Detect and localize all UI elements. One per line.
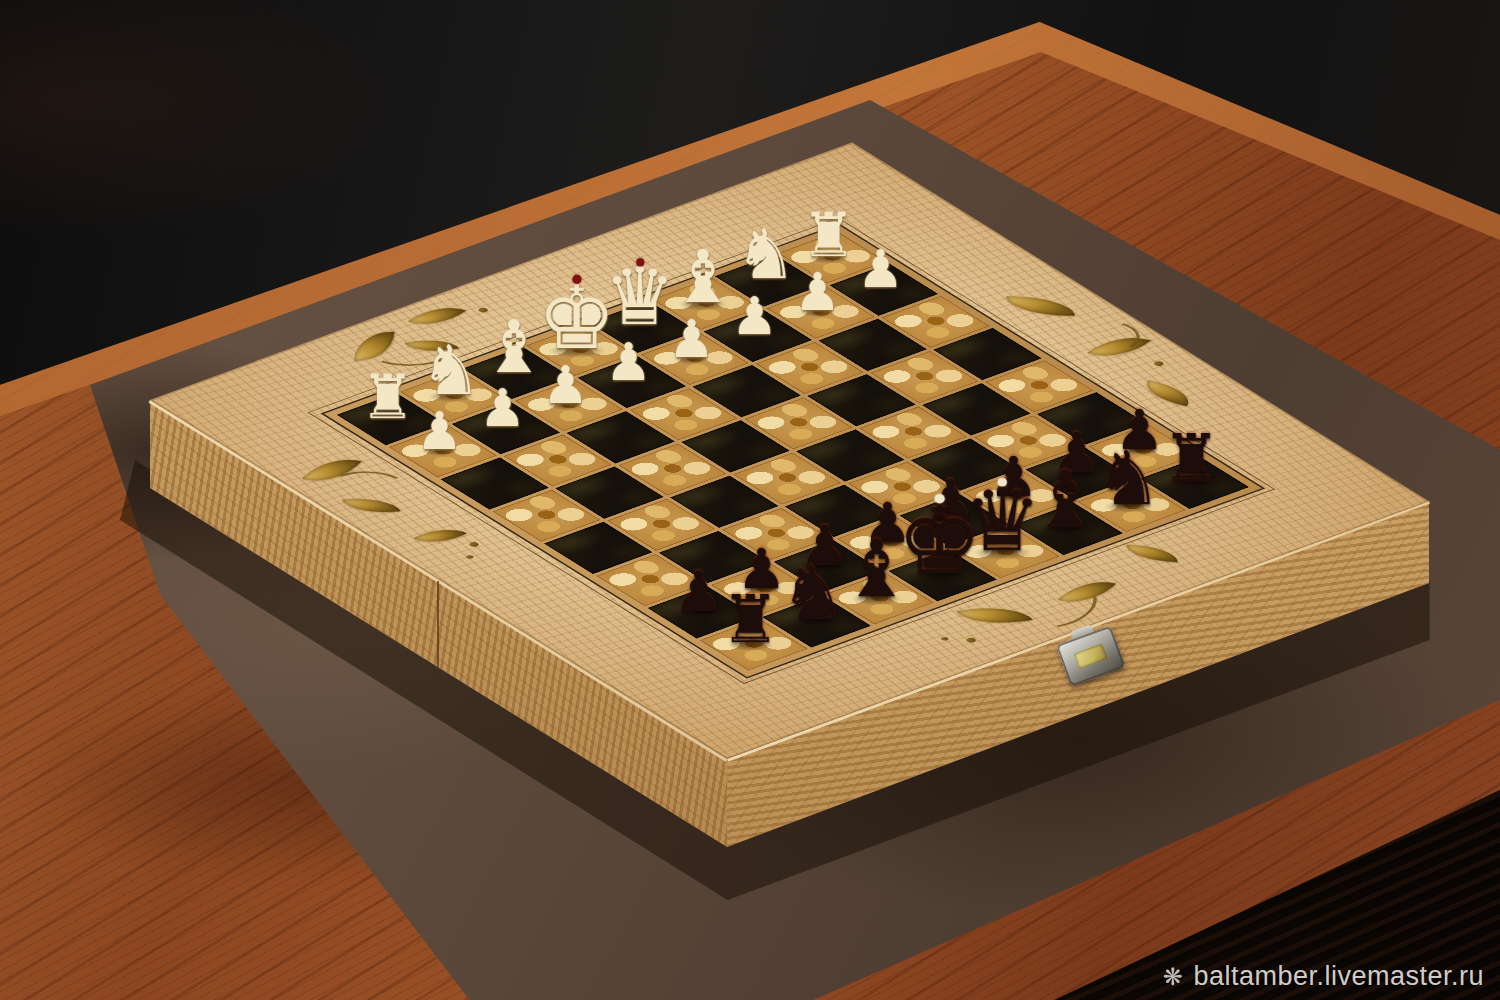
berry-ornament [1152,360,1165,366]
amber-leaf-ornament [1126,544,1178,562]
amber-leaf-ornament [413,523,467,549]
berry-ornament [965,637,978,643]
amber-leaf-ornament [1006,295,1075,316]
berry-ornament [477,307,490,313]
box-fold-seam [437,581,439,669]
berry-ornament [940,636,950,641]
snowflake-ornament-icon: ❋ [1163,963,1184,990]
watermark: ❋baltamber.livemaster.ru [1163,961,1484,992]
vine-ornament [328,470,410,508]
watermark-text: baltamber.livemaster.ru [1193,961,1484,991]
berry-ornament [465,555,475,560]
berry-ornament [467,541,480,547]
amber-leaf-ornament [1137,380,1199,406]
amber-leaf-ornament [408,300,466,331]
